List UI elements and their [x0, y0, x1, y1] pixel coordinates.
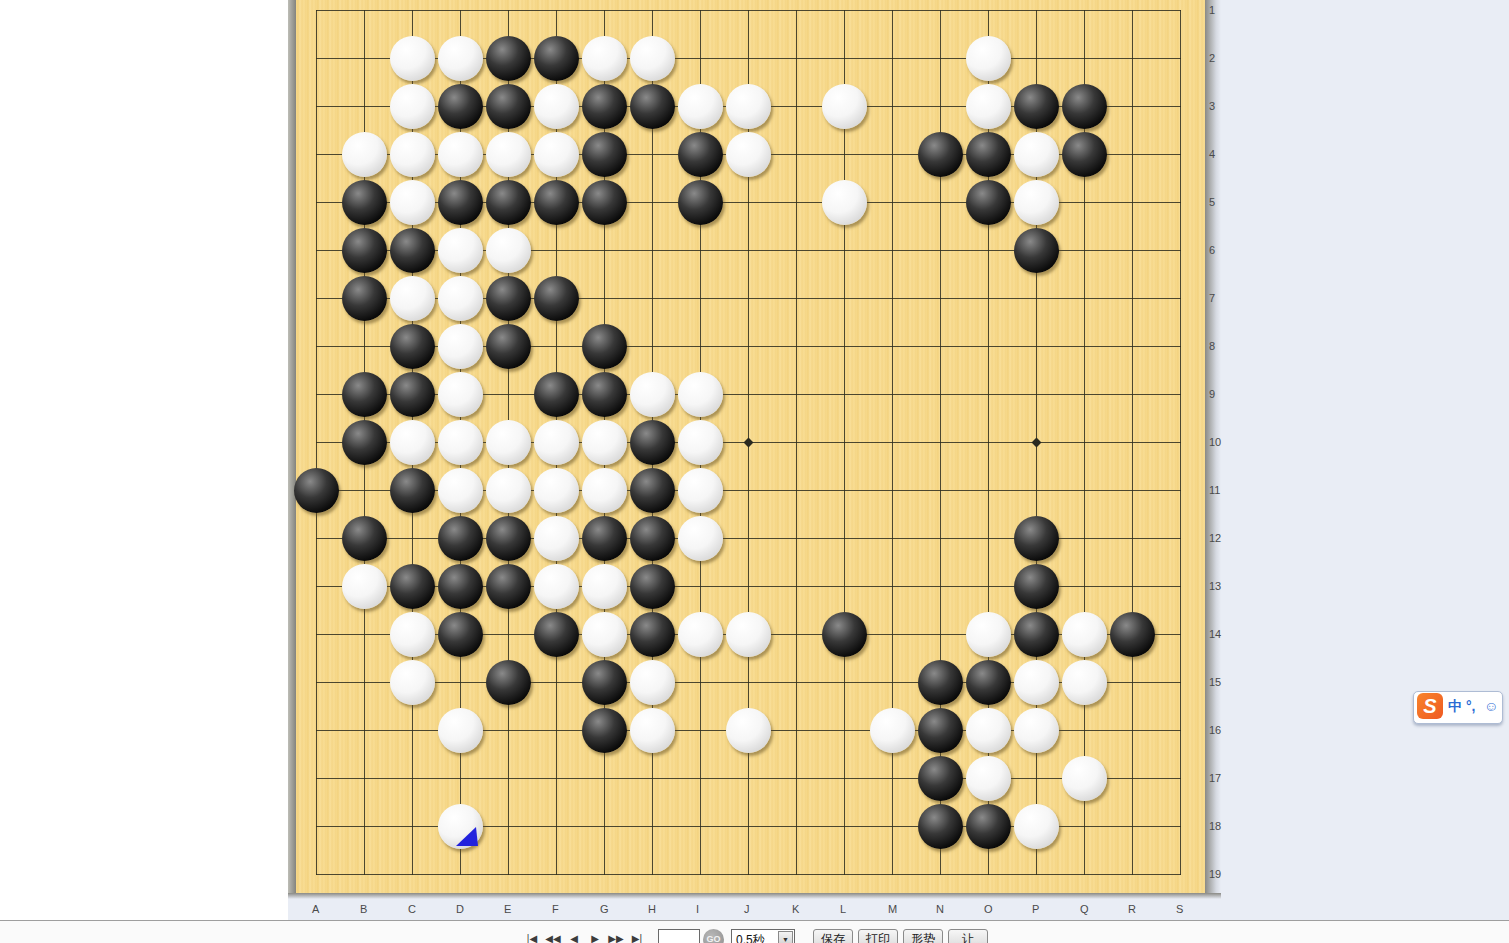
nav-forward-button[interactable]: ▶	[586, 930, 604, 943]
board-edge-bottom	[288, 893, 1221, 899]
ime-punctuation-toggle[interactable]: °,	[1466, 698, 1476, 714]
stone-white-G2	[582, 36, 627, 81]
stone-black-I5	[678, 180, 723, 225]
ime-chinese-mode-toggle[interactable]: 中	[1448, 698, 1462, 716]
stone-white-C10	[390, 420, 435, 465]
stone-white-C2	[390, 36, 435, 81]
stone-white-P5	[1014, 180, 1059, 225]
stone-black-E8	[486, 324, 531, 369]
stone-white-G11	[582, 468, 627, 513]
last-move-marker-icon	[456, 827, 478, 847]
stone-white-O14	[966, 612, 1011, 657]
stone-white-C7	[390, 276, 435, 321]
stone-white-H2	[630, 36, 675, 81]
stone-white-O17	[966, 756, 1011, 801]
stone-black-Q3	[1062, 84, 1107, 129]
stone-white-O2	[966, 36, 1011, 81]
stone-white-J3	[726, 84, 771, 129]
stone-black-E7	[486, 276, 531, 321]
stone-white-Q15	[1062, 660, 1107, 705]
stone-white-D10	[438, 420, 483, 465]
stone-white-D7	[438, 276, 483, 321]
col-label-N: N	[936, 903, 944, 915]
star-point-P10	[1032, 438, 1042, 448]
delay-dropdown[interactable]: 0.5秒 ▼	[731, 929, 795, 943]
stone-white-I11	[678, 468, 723, 513]
stone-black-B7	[342, 276, 387, 321]
grid-vline	[1132, 10, 1133, 875]
stone-white-Q14	[1062, 612, 1107, 657]
stone-white-D8	[438, 324, 483, 369]
stone-black-B12	[342, 516, 387, 561]
toolbar-button-4[interactable]: 让	[948, 929, 988, 943]
stone-white-E6	[486, 228, 531, 273]
stone-black-N18	[918, 804, 963, 849]
stone-black-N15	[918, 660, 963, 705]
stone-white-F10	[534, 420, 579, 465]
row-label-7: 7	[1209, 292, 1215, 304]
stone-white-G14	[582, 612, 627, 657]
stone-black-H11	[630, 468, 675, 513]
stone-white-L5	[822, 180, 867, 225]
stone-black-P3	[1014, 84, 1059, 129]
stone-white-C14	[390, 612, 435, 657]
stone-white-D11	[438, 468, 483, 513]
sogou-ime-bar[interactable]: S 中 °, ☺	[1413, 691, 1503, 724]
stone-black-C9	[390, 372, 435, 417]
nav-forward-fast-button[interactable]: ▶▶	[607, 930, 625, 943]
stone-black-G4	[582, 132, 627, 177]
col-label-B: B	[360, 903, 367, 915]
stone-white-F4	[534, 132, 579, 177]
sogou-logo-icon[interactable]: S	[1417, 693, 1443, 719]
stone-white-I12	[678, 516, 723, 561]
col-label-H: H	[648, 903, 656, 915]
stone-white-I10	[678, 420, 723, 465]
stone-black-C13	[390, 564, 435, 609]
stone-black-O18	[966, 804, 1011, 849]
stone-white-F13	[534, 564, 579, 609]
stone-white-B13	[342, 564, 387, 609]
stone-black-C11	[390, 468, 435, 513]
stone-white-H15	[630, 660, 675, 705]
stone-black-O15	[966, 660, 1011, 705]
stone-black-D13	[438, 564, 483, 609]
col-label-C: C	[408, 903, 416, 915]
delay-value: 0.5秒	[736, 932, 765, 943]
stone-white-J14	[726, 612, 771, 657]
col-label-O: O	[984, 903, 993, 915]
stone-white-P4	[1014, 132, 1059, 177]
stone-white-P15	[1014, 660, 1059, 705]
stone-black-G8	[582, 324, 627, 369]
stone-black-E15	[486, 660, 531, 705]
toolbar-button-3[interactable]: 形势	[903, 929, 943, 943]
stone-white-B4	[342, 132, 387, 177]
stone-black-H14	[630, 612, 675, 657]
col-label-A: A	[312, 903, 319, 915]
stone-black-I4	[678, 132, 723, 177]
stone-black-G16	[582, 708, 627, 753]
stone-white-J4	[726, 132, 771, 177]
stone-white-C5	[390, 180, 435, 225]
stone-black-F9	[534, 372, 579, 417]
stone-black-C6	[390, 228, 435, 273]
row-label-3: 3	[1209, 100, 1215, 112]
stone-black-D12	[438, 516, 483, 561]
row-label-16: 16	[1209, 724, 1221, 736]
stone-black-E3	[486, 84, 531, 129]
row-label-2: 2	[1209, 52, 1215, 64]
nav-back-button[interactable]: ◀	[565, 930, 583, 943]
coordinate-strip-bottom	[288, 897, 1509, 920]
stone-black-E2	[486, 36, 531, 81]
page: 12345678910111213141516171819 ABCDEFGHIJ…	[0, 0, 1509, 943]
stone-white-P16	[1014, 708, 1059, 753]
toolbar-button-2[interactable]: 打印	[858, 929, 898, 943]
stone-white-C4	[390, 132, 435, 177]
stone-white-F11	[534, 468, 579, 513]
col-label-Q: Q	[1080, 903, 1089, 915]
row-label-19: 19	[1209, 868, 1221, 880]
stone-black-F7	[534, 276, 579, 321]
grid-vline	[844, 10, 845, 875]
stone-white-D9	[438, 372, 483, 417]
stone-black-E5	[486, 180, 531, 225]
stone-white-O16	[966, 708, 1011, 753]
stone-black-E13	[486, 564, 531, 609]
col-label-I: I	[696, 903, 699, 915]
stone-black-B10	[342, 420, 387, 465]
stone-black-H13	[630, 564, 675, 609]
col-label-F: F	[552, 903, 559, 915]
ime-emoji-icon[interactable]: ☺	[1484, 698, 1498, 714]
stone-black-O5	[966, 180, 1011, 225]
go-board-surface[interactable]	[296, 0, 1205, 893]
page-background-right	[1205, 0, 1509, 920]
stone-white-I3	[678, 84, 723, 129]
toolbar-button-1[interactable]: 保存	[813, 929, 853, 943]
stone-black-G9	[582, 372, 627, 417]
stone-black-P12	[1014, 516, 1059, 561]
row-label-14: 14	[1209, 628, 1221, 640]
row-label-17: 17	[1209, 772, 1221, 784]
star-point-J10	[744, 438, 754, 448]
col-label-J: J	[744, 903, 750, 915]
stone-white-D2	[438, 36, 483, 81]
stone-black-P6	[1014, 228, 1059, 273]
playback-toolbar: |◀◀◀◀▶▶▶▶| GO 0.5秒 ▼ 保存打印形势让	[0, 928, 1509, 943]
nav-back-fast-button[interactable]: ◀◀	[544, 930, 562, 943]
stone-white-P18	[1014, 804, 1059, 849]
stone-black-E12	[486, 516, 531, 561]
row-label-9: 9	[1209, 388, 1215, 400]
stone-black-G5	[582, 180, 627, 225]
stone-black-N4	[918, 132, 963, 177]
stone-black-H3	[630, 84, 675, 129]
stone-black-F5	[534, 180, 579, 225]
row-label-11: 11	[1209, 484, 1220, 496]
stone-white-M16	[870, 708, 915, 753]
grid-hline	[316, 874, 1181, 875]
stone-white-E4	[486, 132, 531, 177]
stone-black-G12	[582, 516, 627, 561]
row-label-8: 8	[1209, 340, 1215, 352]
row-label-12: 12	[1209, 532, 1221, 544]
row-label-18: 18	[1209, 820, 1221, 832]
grid-vline	[1180, 10, 1181, 875]
stone-black-H10	[630, 420, 675, 465]
stone-black-R14	[1110, 612, 1155, 657]
col-label-K: K	[792, 903, 799, 915]
grid-hline	[316, 778, 1181, 779]
stone-black-D3	[438, 84, 483, 129]
go-button[interactable]: GO	[703, 929, 724, 943]
row-label-4: 4	[1209, 148, 1215, 160]
stone-white-H16	[630, 708, 675, 753]
stone-black-H12	[630, 516, 675, 561]
stone-white-I14	[678, 612, 723, 657]
stone-white-F12	[534, 516, 579, 561]
stone-white-L3	[822, 84, 867, 129]
col-label-G: G	[600, 903, 609, 915]
stone-black-N16	[918, 708, 963, 753]
stone-white-D16	[438, 708, 483, 753]
move-number-input[interactable]	[658, 929, 700, 943]
stone-white-G10	[582, 420, 627, 465]
col-label-S: S	[1176, 903, 1183, 915]
col-label-D: D	[456, 903, 464, 915]
stone-black-G3	[582, 84, 627, 129]
stone-white-F3	[534, 84, 579, 129]
board-edge-right	[1205, 0, 1221, 897]
row-label-10: 10	[1209, 436, 1221, 448]
col-label-L: L	[840, 903, 846, 915]
stone-black-C8	[390, 324, 435, 369]
stone-black-B5	[342, 180, 387, 225]
stone-white-H9	[630, 372, 675, 417]
stone-white-J16	[726, 708, 771, 753]
stone-black-G15	[582, 660, 627, 705]
stone-white-D6	[438, 228, 483, 273]
stone-white-C15	[390, 660, 435, 705]
stone-white-Q17	[1062, 756, 1107, 801]
col-label-P: P	[1032, 903, 1039, 915]
row-label-15: 15	[1209, 676, 1221, 688]
stone-black-F14	[534, 612, 579, 657]
stone-white-I9	[678, 372, 723, 417]
stone-black-A11	[294, 468, 339, 513]
board-edge-left	[288, 0, 296, 897]
row-label-1: 1	[1209, 4, 1215, 16]
row-label-13: 13	[1209, 580, 1221, 592]
stone-black-P14	[1014, 612, 1059, 657]
col-label-M: M	[888, 903, 897, 915]
col-label-E: E	[504, 903, 511, 915]
col-label-R: R	[1128, 903, 1136, 915]
nav-last-button[interactable]: ▶|	[628, 930, 646, 943]
nav-first-button[interactable]: |◀	[523, 930, 541, 943]
stone-black-Q4	[1062, 132, 1107, 177]
stone-black-O4	[966, 132, 1011, 177]
stone-black-N17	[918, 756, 963, 801]
row-label-5: 5	[1209, 196, 1215, 208]
stone-white-O3	[966, 84, 1011, 129]
stone-black-D14	[438, 612, 483, 657]
grid-vline	[796, 10, 797, 875]
chevron-down-icon[interactable]: ▼	[778, 931, 793, 943]
row-label-6: 6	[1209, 244, 1215, 256]
stone-black-F2	[534, 36, 579, 81]
stone-white-D4	[438, 132, 483, 177]
stone-white-G13	[582, 564, 627, 609]
stone-black-D5	[438, 180, 483, 225]
stone-black-B6	[342, 228, 387, 273]
stone-white-E10	[486, 420, 531, 465]
stone-black-B9	[342, 372, 387, 417]
stone-white-E11	[486, 468, 531, 513]
stone-black-L14	[822, 612, 867, 657]
stone-black-P13	[1014, 564, 1059, 609]
stone-white-C3	[390, 84, 435, 129]
